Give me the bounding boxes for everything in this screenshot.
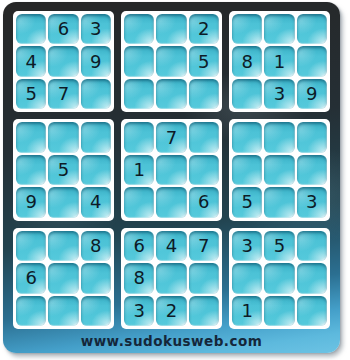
cell-r6c1[interactable]: 9 <box>16 187 46 217</box>
cell-r4c1[interactable] <box>16 122 46 152</box>
cell-r3c2[interactable]: 7 <box>48 79 78 109</box>
cell-r9c7[interactable]: 1 <box>232 296 262 326</box>
cell-r9c4[interactable]: 3 <box>124 296 154 326</box>
box-5: 716 <box>121 119 222 220</box>
cell-r5c4[interactable]: 1 <box>124 155 154 185</box>
cell-r6c3[interactable]: 4 <box>81 187 111 217</box>
cell-r3c8[interactable]: 3 <box>264 79 294 109</box>
cell-r1c1[interactable] <box>16 14 46 44</box>
cell-r4c9[interactable] <box>297 122 327 152</box>
box-7: 86 <box>13 228 114 329</box>
cell-r1c4[interactable] <box>124 14 154 44</box>
cell-r9c3[interactable] <box>81 296 111 326</box>
cell-r4c2[interactable] <box>48 122 78 152</box>
cell-r1c6[interactable]: 2 <box>189 14 219 44</box>
cell-r9c2[interactable] <box>48 296 78 326</box>
cell-r9c5[interactable]: 2 <box>156 296 186 326</box>
cell-r3c7[interactable] <box>232 79 262 109</box>
sudoku-board: 634957 25 8139 594 716 53 86 647832 351 … <box>3 2 340 353</box>
cell-r6c6[interactable]: 6 <box>189 187 219 217</box>
cell-r1c2[interactable]: 6 <box>48 14 78 44</box>
cell-r6c7[interactable]: 5 <box>232 187 262 217</box>
cell-r1c5[interactable] <box>156 14 186 44</box>
cell-r7c2[interactable] <box>48 231 78 261</box>
box-3: 8139 <box>229 11 330 112</box>
cell-r7c8[interactable]: 5 <box>264 231 294 261</box>
cell-r6c4[interactable] <box>124 187 154 217</box>
cell-r8c6[interactable] <box>189 263 219 293</box>
cell-r9c6[interactable] <box>189 296 219 326</box>
cell-r2c5[interactable] <box>156 46 186 76</box>
cell-r7c6[interactable]: 7 <box>189 231 219 261</box>
cell-r4c5[interactable]: 7 <box>156 122 186 152</box>
box-6: 53 <box>229 119 330 220</box>
cell-r3c5[interactable] <box>156 79 186 109</box>
cell-r7c7[interactable]: 3 <box>232 231 262 261</box>
box-9: 351 <box>229 228 330 329</box>
cell-r3c1[interactable]: 5 <box>16 79 46 109</box>
cell-r2c8[interactable]: 1 <box>264 46 294 76</box>
box-2: 25 <box>121 11 222 112</box>
cell-r8c3[interactable] <box>81 263 111 293</box>
cell-r6c5[interactable] <box>156 187 186 217</box>
cell-r2c9[interactable] <box>297 46 327 76</box>
footer-url: www.sudokusweb.com <box>81 333 263 349</box>
cell-r2c7[interactable]: 8 <box>232 46 262 76</box>
box-1: 634957 <box>13 11 114 112</box>
cell-r5c9[interactable] <box>297 155 327 185</box>
box-4: 594 <box>13 119 114 220</box>
cell-r8c9[interactable] <box>297 263 327 293</box>
cell-r2c6[interactable]: 5 <box>189 46 219 76</box>
cell-r8c1[interactable]: 6 <box>16 263 46 293</box>
cell-r7c5[interactable]: 4 <box>156 231 186 261</box>
cell-r7c4[interactable]: 6 <box>124 231 154 261</box>
cell-r7c3[interactable]: 8 <box>81 231 111 261</box>
cell-r2c1[interactable]: 4 <box>16 46 46 76</box>
cell-r9c8[interactable] <box>264 296 294 326</box>
cell-r4c4[interactable] <box>124 122 154 152</box>
cell-r4c3[interactable] <box>81 122 111 152</box>
box-8: 647832 <box>121 228 222 329</box>
cell-r8c2[interactable] <box>48 263 78 293</box>
sudoku-boxes: 634957 25 8139 594 716 53 86 647832 351 <box>13 11 330 329</box>
cell-r4c7[interactable] <box>232 122 262 152</box>
cell-r7c9[interactable] <box>297 231 327 261</box>
cell-r1c7[interactable] <box>232 14 262 44</box>
cell-r3c4[interactable] <box>124 79 154 109</box>
cell-r9c9[interactable] <box>297 296 327 326</box>
cell-r1c3[interactable]: 3 <box>81 14 111 44</box>
cell-r5c5[interactable] <box>156 155 186 185</box>
cell-r5c3[interactable] <box>81 155 111 185</box>
cell-r6c8[interactable] <box>264 187 294 217</box>
cell-r2c2[interactable] <box>48 46 78 76</box>
cell-r5c8[interactable] <box>264 155 294 185</box>
cell-r3c3[interactable] <box>81 79 111 109</box>
cell-r2c3[interactable]: 9 <box>81 46 111 76</box>
cell-r5c6[interactable] <box>189 155 219 185</box>
cell-r8c8[interactable] <box>264 263 294 293</box>
cell-r5c1[interactable] <box>16 155 46 185</box>
cell-r1c8[interactable] <box>264 14 294 44</box>
cell-r8c5[interactable] <box>156 263 186 293</box>
cell-r4c6[interactable] <box>189 122 219 152</box>
cell-r6c9[interactable]: 3 <box>297 187 327 217</box>
cell-r7c1[interactable] <box>16 231 46 261</box>
cell-r5c2[interactable]: 5 <box>48 155 78 185</box>
footer-bar: www.sudokusweb.com <box>13 329 330 353</box>
cell-r3c6[interactable] <box>189 79 219 109</box>
cell-r8c4[interactable]: 8 <box>124 263 154 293</box>
cell-r6c2[interactable] <box>48 187 78 217</box>
cell-r3c9[interactable]: 9 <box>297 79 327 109</box>
cell-r9c1[interactable] <box>16 296 46 326</box>
cell-r4c8[interactable] <box>264 122 294 152</box>
cell-r5c7[interactable] <box>232 155 262 185</box>
cell-r1c9[interactable] <box>297 14 327 44</box>
cell-r8c7[interactable] <box>232 263 262 293</box>
cell-r2c4[interactable] <box>124 46 154 76</box>
